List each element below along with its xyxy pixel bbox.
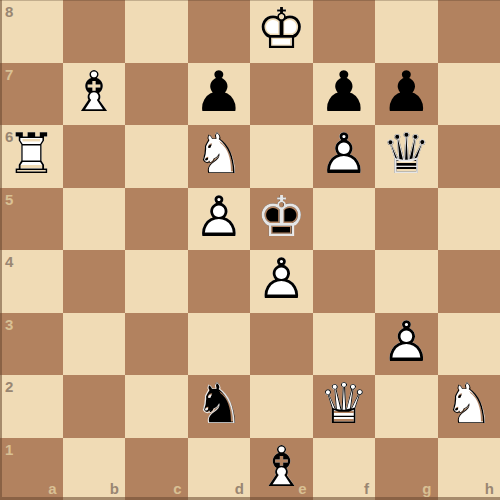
- square-f5[interactable]: [313, 188, 376, 251]
- white-bishop-glyph: ♝: [256, 439, 306, 495]
- square-a8[interactable]: 8: [0, 0, 63, 63]
- square-a1[interactable]: 1a: [0, 438, 63, 500]
- black-king-glyph: ♚: [256, 189, 306, 245]
- piece-white-pawn[interactable]: ♟♙: [375, 313, 438, 376]
- piece-black-knight[interactable]: ♞♘: [188, 375, 251, 438]
- rank-label-7: 7: [5, 67, 13, 82]
- square-b6[interactable]: [63, 125, 126, 188]
- white-pawn-glyph: ♟: [381, 314, 431, 370]
- white-queen-glyph: ♛: [319, 376, 369, 432]
- white-bishop-outline: ♗: [256, 439, 306, 495]
- square-e8[interactable]: ♚♔: [250, 0, 313, 63]
- square-e7[interactable]: [250, 63, 313, 126]
- white-king-outline: ♔: [256, 1, 306, 57]
- black-queen-outline: ♕: [381, 126, 431, 182]
- white-pawn-outline: ♙: [319, 126, 369, 182]
- white-pawn-glyph: ♟: [256, 251, 306, 307]
- square-d3[interactable]: [188, 313, 251, 376]
- square-g6[interactable]: ♛♕: [375, 125, 438, 188]
- square-e4[interactable]: ♟♙: [250, 250, 313, 313]
- square-a7[interactable]: 7: [0, 63, 63, 126]
- square-a6[interactable]: 6♜♖: [0, 125, 63, 188]
- square-f4[interactable]: [313, 250, 376, 313]
- square-g4[interactable]: [375, 250, 438, 313]
- square-c7[interactable]: [125, 63, 188, 126]
- square-c8[interactable]: [125, 0, 188, 63]
- square-b1[interactable]: b: [63, 438, 126, 500]
- white-king-glyph: ♚: [256, 1, 306, 57]
- piece-white-pawn[interactable]: ♟♙: [250, 250, 313, 313]
- white-pawn-outline: ♙: [381, 314, 431, 370]
- piece-white-bishop[interactable]: ♝♗: [250, 438, 313, 500]
- white-pawn-glyph: ♟: [319, 126, 369, 182]
- square-d5[interactable]: ♟♙: [188, 188, 251, 251]
- square-d7[interactable]: ♟: [188, 63, 251, 126]
- square-c6[interactable]: [125, 125, 188, 188]
- file-label-f: f: [364, 481, 369, 496]
- square-h2[interactable]: ♞♘: [438, 375, 500, 438]
- white-pawn-glyph: ♟: [194, 189, 244, 245]
- square-e1[interactable]: e♝♗: [250, 438, 313, 500]
- piece-black-pawn[interactable]: ♟: [313, 63, 376, 126]
- square-d8[interactable]: [188, 0, 251, 63]
- square-b8[interactable]: [63, 0, 126, 63]
- square-g1[interactable]: g: [375, 438, 438, 500]
- black-knight-outline: ♘: [194, 376, 244, 432]
- piece-black-king[interactable]: ♚♔: [250, 188, 313, 251]
- file-label-g: g: [422, 481, 431, 496]
- square-h6[interactable]: [438, 125, 500, 188]
- square-f6[interactable]: ♟♙: [313, 125, 376, 188]
- square-f1[interactable]: f: [313, 438, 376, 500]
- square-g5[interactable]: [375, 188, 438, 251]
- square-h7[interactable]: [438, 63, 500, 126]
- chess-board: 8♚♔7♝♗♟♟♟6♜♖♞♘♟♙♛♕5♟♙♚♔4♟♙3♟♙2♞♘♛♕♞♘1abc…: [0, 0, 500, 500]
- square-f3[interactable]: [313, 313, 376, 376]
- white-knight-glyph: ♞: [444, 376, 494, 432]
- piece-black-queen[interactable]: ♛♕: [375, 125, 438, 188]
- white-bishop-outline: ♗: [69, 64, 119, 120]
- white-pawn-outline: ♙: [256, 251, 306, 307]
- square-d4[interactable]: [188, 250, 251, 313]
- square-c1[interactable]: c: [125, 438, 188, 500]
- piece-white-pawn[interactable]: ♟♙: [188, 188, 251, 251]
- square-e3[interactable]: [250, 313, 313, 376]
- black-king-outline: ♔: [256, 189, 306, 245]
- piece-white-queen[interactable]: ♛♕: [313, 375, 376, 438]
- square-c4[interactable]: [125, 250, 188, 313]
- square-d6[interactable]: ♞♘: [188, 125, 251, 188]
- white-knight-outline: ♘: [444, 376, 494, 432]
- file-label-h: h: [485, 481, 494, 496]
- square-h1[interactable]: h: [438, 438, 500, 500]
- rank-label-1: 1: [5, 442, 13, 457]
- square-c2[interactable]: [125, 375, 188, 438]
- white-queen-outline: ♕: [319, 376, 369, 432]
- square-g2[interactable]: [375, 375, 438, 438]
- white-knight-outline: ♘: [194, 126, 244, 182]
- rank-label-5: 5: [5, 192, 13, 207]
- black-pawn-glyph: ♟: [319, 64, 369, 120]
- white-pawn-outline: ♙: [194, 189, 244, 245]
- square-c5[interactable]: [125, 188, 188, 251]
- square-h4[interactable]: [438, 250, 500, 313]
- piece-white-knight[interactable]: ♞♘: [438, 375, 500, 438]
- square-g7[interactable]: ♟: [375, 63, 438, 126]
- square-e5[interactable]: ♚♔: [250, 188, 313, 251]
- white-rook-glyph: ♜: [6, 126, 56, 182]
- piece-white-rook[interactable]: ♜♖: [0, 125, 63, 188]
- square-h5[interactable]: [438, 188, 500, 251]
- square-a3[interactable]: 3: [0, 313, 63, 376]
- square-b3[interactable]: [63, 313, 126, 376]
- square-a5[interactable]: 5: [0, 188, 63, 251]
- file-label-a: a: [48, 481, 56, 496]
- square-e2[interactable]: [250, 375, 313, 438]
- square-f2[interactable]: ♛♕: [313, 375, 376, 438]
- file-label-b: b: [110, 481, 119, 496]
- square-b7[interactable]: ♝♗: [63, 63, 126, 126]
- square-d1[interactable]: d: [188, 438, 251, 500]
- square-b5[interactable]: [63, 188, 126, 251]
- piece-white-king[interactable]: ♚♔: [250, 0, 313, 63]
- rank-label-8: 8: [5, 4, 13, 19]
- square-h3[interactable]: [438, 313, 500, 376]
- piece-white-bishop[interactable]: ♝♗: [63, 63, 126, 126]
- square-f7[interactable]: ♟: [313, 63, 376, 126]
- black-knight-glyph: ♞: [194, 376, 244, 432]
- square-g3[interactable]: ♟♙: [375, 313, 438, 376]
- black-queen-glyph: ♛: [381, 126, 431, 182]
- piece-white-knight[interactable]: ♞♘: [188, 125, 251, 188]
- piece-white-pawn[interactable]: ♟♙: [313, 125, 376, 188]
- file-label-c: c: [173, 481, 181, 496]
- rank-label-2: 2: [5, 379, 13, 394]
- square-b2[interactable]: [63, 375, 126, 438]
- square-g8[interactable]: [375, 0, 438, 63]
- piece-black-pawn[interactable]: ♟: [188, 63, 251, 126]
- black-pawn-glyph: ♟: [381, 64, 431, 120]
- square-d2[interactable]: ♞♘: [188, 375, 251, 438]
- square-a2[interactable]: 2: [0, 375, 63, 438]
- white-bishop-glyph: ♝: [69, 64, 119, 120]
- black-pawn-glyph: ♟: [194, 64, 244, 120]
- white-knight-glyph: ♞: [194, 126, 244, 182]
- square-e6[interactable]: [250, 125, 313, 188]
- file-label-d: d: [235, 481, 244, 496]
- square-h8[interactable]: [438, 0, 500, 63]
- rank-label-3: 3: [5, 317, 13, 332]
- square-f8[interactable]: [313, 0, 376, 63]
- square-a4[interactable]: 4: [0, 250, 63, 313]
- white-rook-outline: ♖: [6, 126, 56, 182]
- rank-label-4: 4: [5, 254, 13, 269]
- piece-black-pawn[interactable]: ♟: [375, 63, 438, 126]
- square-b4[interactable]: [63, 250, 126, 313]
- square-c3[interactable]: [125, 313, 188, 376]
